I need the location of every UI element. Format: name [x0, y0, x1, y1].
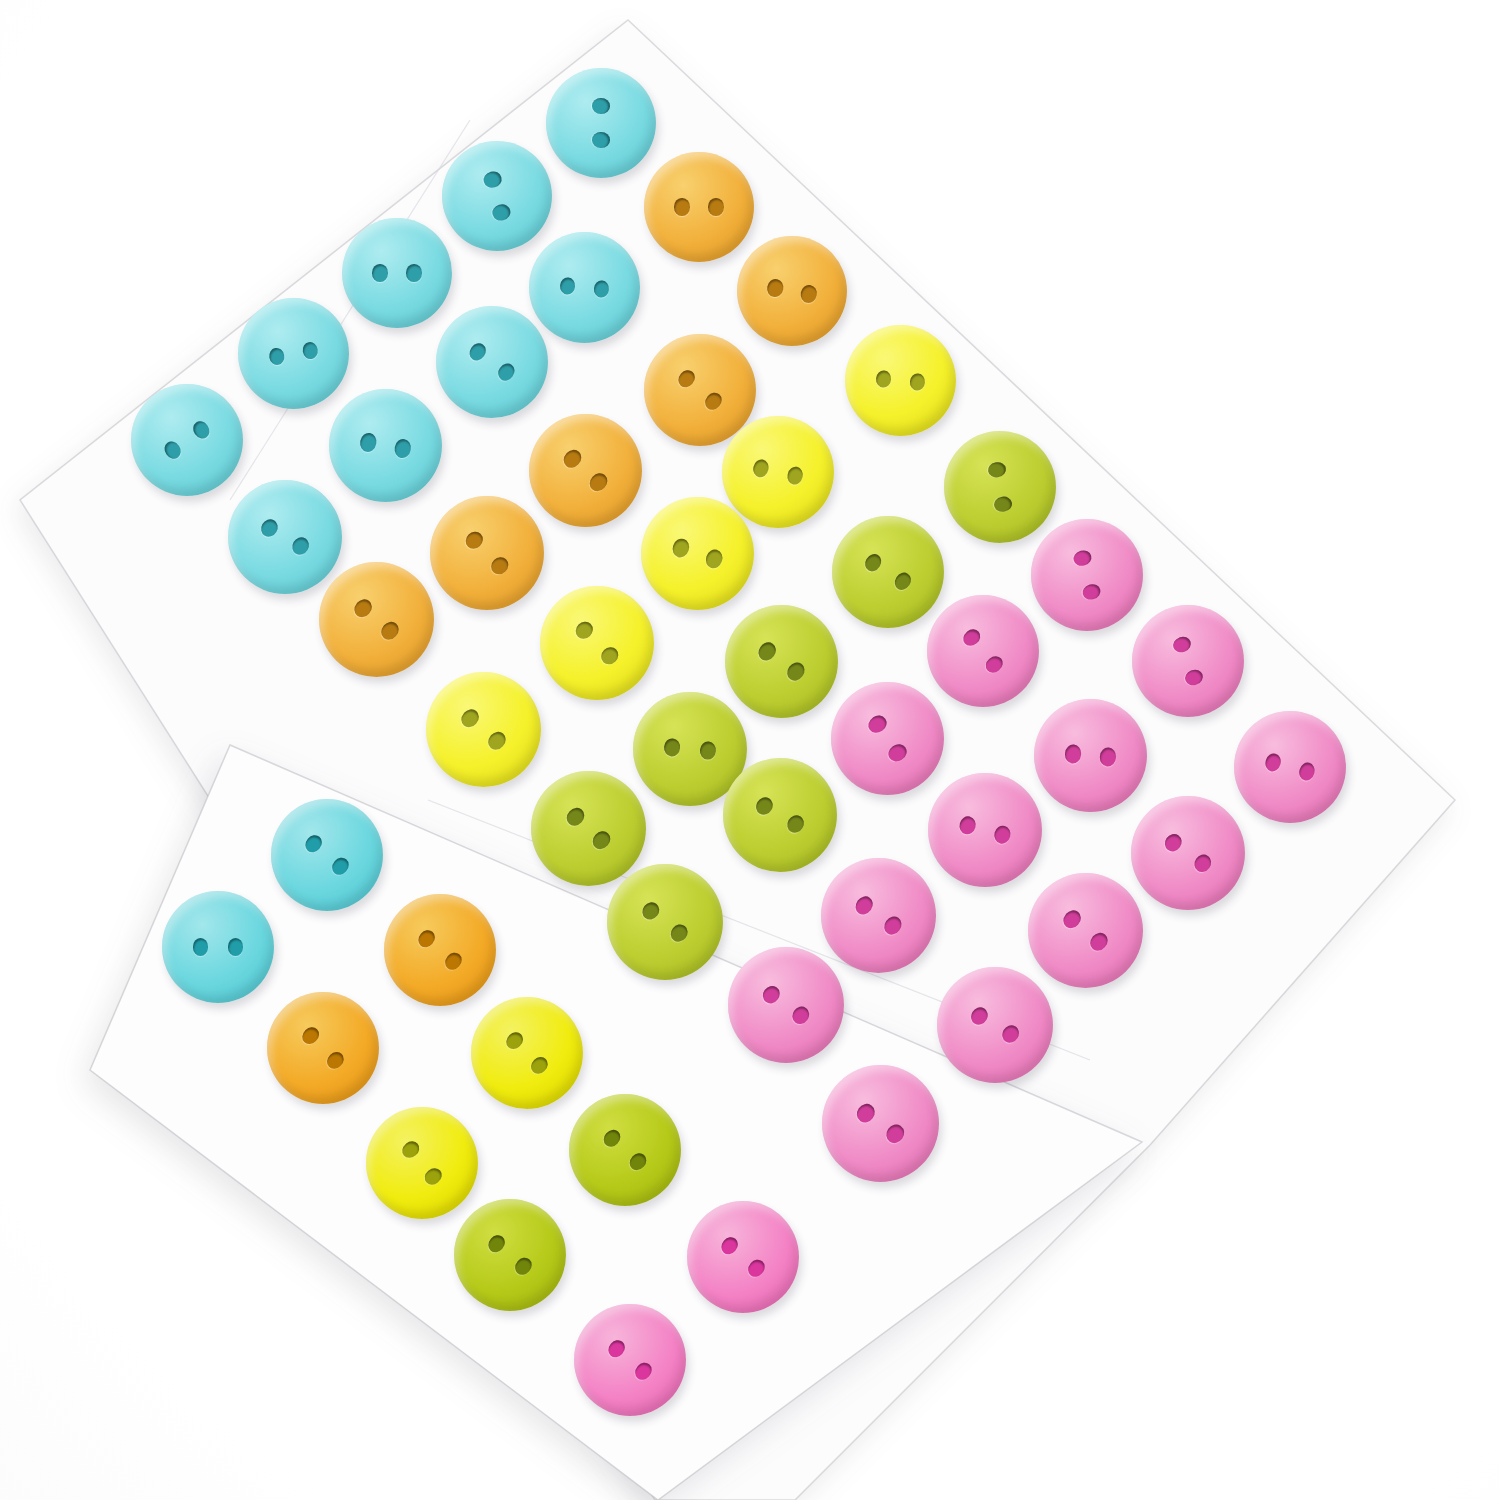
button-hole — [457, 705, 481, 729]
button-holes — [402, 648, 564, 810]
button-hole — [350, 595, 374, 619]
button-hole — [1081, 582, 1102, 602]
button-holes — [109, 362, 265, 518]
button-hole — [745, 1256, 769, 1280]
button-holes — [162, 891, 274, 1003]
orange-craft-button — [737, 236, 847, 346]
button-hole — [267, 346, 285, 366]
blue-craft-button — [529, 232, 640, 343]
button-hole — [784, 812, 807, 836]
button-hole — [664, 738, 681, 758]
blue-craft-button — [162, 891, 274, 1003]
button-hole — [753, 794, 776, 818]
button-holes — [1221, 698, 1358, 835]
orange-craft-button — [319, 562, 434, 677]
pink-craft-button — [1132, 605, 1244, 717]
pink-craft-button — [1028, 873, 1143, 988]
button-hole — [755, 639, 778, 663]
button-hole — [406, 264, 421, 282]
button-hole — [702, 389, 726, 413]
orange-craft-button — [267, 992, 379, 1104]
button-hole — [1183, 667, 1205, 688]
pink-craft-button — [927, 595, 1039, 707]
blue-craft-button — [436, 306, 548, 418]
button-hole — [885, 741, 909, 764]
button-hole — [421, 1165, 445, 1189]
button-hole — [1099, 747, 1116, 766]
button-hole — [1263, 752, 1283, 773]
green-craft-button — [531, 771, 646, 886]
button-hole — [1064, 744, 1081, 763]
button-hole — [393, 438, 412, 459]
button-hole — [593, 279, 610, 298]
button-holes — [342, 218, 452, 328]
button-hole — [589, 828, 613, 852]
button-hole — [675, 367, 699, 391]
button-hole — [592, 98, 610, 113]
button-hole — [699, 741, 716, 761]
button-hole — [600, 1126, 624, 1150]
button-hole — [301, 340, 319, 360]
button-hole — [1087, 929, 1111, 953]
blue-craft-button — [131, 384, 243, 496]
button-hole — [485, 728, 509, 752]
button-hole — [632, 1359, 656, 1383]
button-hole — [586, 470, 610, 494]
button-hole — [789, 1003, 813, 1028]
yellow-craft-button — [426, 672, 541, 787]
button-hole — [874, 369, 891, 388]
button-hole — [442, 949, 466, 973]
button-hole — [667, 921, 691, 946]
button-hole — [495, 360, 518, 384]
button-hole — [258, 516, 281, 540]
button-hole — [485, 1232, 509, 1256]
button-holes — [840, 320, 960, 440]
button-hole — [718, 1234, 742, 1258]
button-holes — [664, 1178, 822, 1336]
green-craft-button — [607, 864, 723, 980]
blue-craft-button — [342, 218, 452, 328]
yellow-craft-button — [471, 997, 583, 1109]
orange-craft-button — [529, 414, 642, 527]
button-hole — [766, 278, 784, 298]
pink-craft-button — [831, 682, 944, 795]
button-hole — [982, 653, 1006, 677]
button-hole — [960, 626, 984, 650]
button-hole — [302, 832, 326, 856]
button-hole — [785, 465, 804, 486]
button-hole — [299, 1024, 323, 1048]
button-hole — [503, 1029, 527, 1053]
button-hole — [1191, 851, 1215, 875]
button-holes — [799, 1042, 962, 1205]
button-holes — [546, 1071, 704, 1229]
orange-craft-button — [430, 496, 544, 610]
blue-craft-button — [546, 68, 656, 178]
button-hole — [329, 854, 353, 878]
button-hole — [1171, 634, 1193, 655]
button-hole — [512, 1254, 536, 1278]
button-hole — [558, 276, 575, 295]
pink-craft-button — [1234, 711, 1346, 823]
button-hole — [378, 618, 402, 642]
button-hole — [862, 551, 885, 574]
button-hole — [800, 284, 818, 304]
button-hole — [752, 458, 771, 479]
button-hole — [703, 547, 724, 569]
yellow-craft-button — [366, 1107, 478, 1219]
buttons-layer — [0, 0, 1500, 1500]
button-hole — [358, 432, 377, 453]
button-holes — [644, 152, 754, 262]
button-holes — [546, 68, 656, 178]
button-hole — [639, 899, 663, 924]
button-hole — [190, 418, 213, 442]
yellow-craft-button — [845, 325, 956, 436]
green-craft-button — [944, 431, 1056, 543]
button-hole — [626, 1150, 650, 1174]
button-hole — [909, 372, 926, 391]
button-hole — [560, 446, 584, 470]
pink-craft-button — [928, 773, 1042, 887]
button-hole — [883, 1121, 907, 1146]
yellow-craft-button — [641, 497, 754, 610]
button-hole — [462, 528, 486, 552]
button-hole — [323, 1048, 347, 1072]
button-hole — [881, 913, 905, 937]
button-hole — [563, 804, 587, 828]
button-hole — [399, 1138, 423, 1162]
pink-craft-button — [937, 967, 1053, 1083]
button-hole — [1162, 831, 1186, 855]
photo-canvas — [0, 0, 1500, 1500]
button-hole — [487, 553, 511, 577]
button-hole — [466, 340, 489, 364]
blue-craft-button — [238, 298, 349, 409]
button-hole — [482, 170, 503, 189]
button-hole — [674, 198, 689, 216]
button-hole — [865, 712, 889, 735]
button-hole — [228, 938, 244, 956]
button-hole — [592, 132, 610, 147]
button-hole — [759, 982, 783, 1007]
button-hole — [708, 198, 723, 216]
pink-craft-button — [574, 1304, 686, 1416]
button-hole — [993, 495, 1013, 514]
button-hole — [161, 438, 184, 462]
green-craft-button — [569, 1094, 681, 1206]
button-holes — [551, 1281, 709, 1439]
button-hole — [1072, 548, 1093, 568]
button-hole — [968, 1004, 991, 1028]
button-hole — [891, 569, 914, 592]
green-craft-button — [832, 516, 944, 628]
blue-craft-button — [228, 480, 342, 594]
button-hole — [852, 893, 876, 917]
pink-craft-button — [1031, 519, 1143, 631]
button-hole — [999, 1022, 1022, 1046]
pink-craft-button — [728, 947, 844, 1063]
pink-craft-button — [687, 1201, 799, 1313]
blue-craft-button — [329, 389, 442, 502]
button-holes — [728, 227, 855, 354]
button-hole — [597, 643, 621, 667]
yellow-craft-button — [540, 586, 654, 700]
button-hole — [1297, 761, 1317, 782]
button-hole — [372, 264, 387, 282]
pink-craft-button — [1131, 796, 1245, 910]
button-hole — [289, 534, 312, 558]
blue-craft-button — [271, 799, 383, 911]
button-hole — [491, 203, 512, 222]
button-hole — [992, 824, 1012, 846]
button-hole — [572, 618, 596, 642]
button-hole — [193, 938, 209, 956]
button-holes — [320, 380, 451, 511]
button-hole — [670, 537, 691, 559]
orange-craft-button — [644, 152, 754, 262]
button-hole — [853, 1100, 877, 1125]
button-hole — [527, 1053, 551, 1077]
pink-craft-button — [822, 1065, 939, 1182]
button-hole — [987, 461, 1007, 480]
button-hole — [1059, 906, 1083, 930]
pink-craft-button — [821, 858, 936, 973]
orange-craft-button — [384, 894, 496, 1006]
green-craft-button — [723, 758, 837, 872]
button-hole — [605, 1337, 629, 1361]
green-craft-button — [454, 1199, 566, 1311]
button-hole — [415, 927, 439, 951]
button-hole — [958, 815, 978, 837]
button-hole — [784, 659, 807, 683]
